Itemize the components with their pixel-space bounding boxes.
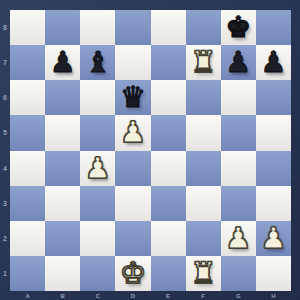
square-f5[interactable] (186, 115, 221, 150)
square-d8[interactable] (115, 10, 150, 45)
square-e5[interactable] (151, 115, 186, 150)
square-f8[interactable] (186, 10, 221, 45)
square-d2[interactable] (115, 221, 150, 256)
square-b1[interactable] (45, 256, 80, 291)
square-a8[interactable] (10, 10, 45, 45)
square-f1[interactable]: ♜ (186, 256, 221, 291)
square-b6[interactable] (45, 80, 80, 115)
square-h5[interactable] (256, 115, 291, 150)
black-pawn[interactable]: ♟ (221, 45, 256, 80)
square-d6[interactable]: ♛ (115, 80, 150, 115)
square-e4[interactable] (151, 151, 186, 186)
rank-label-7: 7 (0, 45, 10, 80)
square-d1[interactable]: ♚ (115, 256, 150, 291)
square-e8[interactable] (151, 10, 186, 45)
file-label-b: B (45, 291, 80, 300)
square-g8[interactable]: ♚ (221, 10, 256, 45)
chess-board-frame: 87654321 ♚♟♝♜♟♟♛♟♟♟♟♚♜ ABCDEFGH (0, 0, 300, 300)
rank-label-6: 6 (0, 80, 10, 115)
square-f6[interactable] (186, 80, 221, 115)
black-king[interactable]: ♚ (221, 10, 256, 45)
square-c5[interactable] (80, 115, 115, 150)
rank-label-2: 2 (0, 221, 10, 256)
square-b8[interactable] (45, 10, 80, 45)
square-c2[interactable] (80, 221, 115, 256)
rank-label-3: 3 (0, 186, 10, 221)
file-label-a: A (10, 291, 45, 300)
square-b4[interactable] (45, 151, 80, 186)
black-pawn[interactable]: ♟ (256, 45, 291, 80)
chess-board[interactable]: ♚♟♝♜♟♟♛♟♟♟♟♚♜ (10, 10, 291, 291)
white-king[interactable]: ♚ (115, 256, 150, 291)
square-h1[interactable] (256, 256, 291, 291)
white-rook[interactable]: ♜ (186, 45, 221, 80)
square-f4[interactable] (186, 151, 221, 186)
square-f2[interactable] (186, 221, 221, 256)
black-pawn[interactable]: ♟ (45, 45, 80, 80)
square-d5[interactable]: ♟ (115, 115, 150, 150)
square-e1[interactable] (151, 256, 186, 291)
square-h7[interactable]: ♟ (256, 45, 291, 80)
square-c8[interactable] (80, 10, 115, 45)
square-h4[interactable] (256, 151, 291, 186)
square-d4[interactable] (115, 151, 150, 186)
white-pawn[interactable]: ♟ (221, 221, 256, 256)
square-h8[interactable] (256, 10, 291, 45)
file-label-g: G (221, 291, 256, 300)
square-f7[interactable]: ♜ (186, 45, 221, 80)
rank-label-1: 1 (0, 256, 10, 291)
square-c4[interactable]: ♟ (80, 151, 115, 186)
square-g1[interactable] (221, 256, 256, 291)
square-d3[interactable] (115, 186, 150, 221)
square-e6[interactable] (151, 80, 186, 115)
square-a5[interactable] (10, 115, 45, 150)
square-h3[interactable] (256, 186, 291, 221)
rank-label-8: 8 (0, 10, 10, 45)
square-g6[interactable] (221, 80, 256, 115)
white-pawn[interactable]: ♟ (115, 115, 150, 150)
square-g7[interactable]: ♟ (221, 45, 256, 80)
square-b5[interactable] (45, 115, 80, 150)
black-bishop[interactable]: ♝ (80, 45, 115, 80)
black-queen[interactable]: ♛ (115, 80, 150, 115)
file-label-e: E (151, 291, 186, 300)
square-a1[interactable] (10, 256, 45, 291)
file-label-h: H (256, 291, 291, 300)
white-pawn[interactable]: ♟ (256, 221, 291, 256)
square-g2[interactable]: ♟ (221, 221, 256, 256)
square-e3[interactable] (151, 186, 186, 221)
square-g3[interactable] (221, 186, 256, 221)
white-rook[interactable]: ♜ (186, 256, 221, 291)
square-b2[interactable] (45, 221, 80, 256)
square-a7[interactable] (10, 45, 45, 80)
rank-label-4: 4 (0, 151, 10, 186)
square-e7[interactable] (151, 45, 186, 80)
square-a4[interactable] (10, 151, 45, 186)
square-c7[interactable]: ♝ (80, 45, 115, 80)
square-c1[interactable] (80, 256, 115, 291)
square-f3[interactable] (186, 186, 221, 221)
square-g4[interactable] (221, 151, 256, 186)
square-a6[interactable] (10, 80, 45, 115)
square-h2[interactable]: ♟ (256, 221, 291, 256)
square-h6[interactable] (256, 80, 291, 115)
square-e2[interactable] (151, 221, 186, 256)
square-a2[interactable] (10, 221, 45, 256)
square-b3[interactable] (45, 186, 80, 221)
rank-label-5: 5 (0, 115, 10, 150)
square-c6[interactable] (80, 80, 115, 115)
file-labels: ABCDEFGH (10, 291, 291, 300)
square-g5[interactable] (221, 115, 256, 150)
file-label-d: D (115, 291, 150, 300)
square-b7[interactable]: ♟ (45, 45, 80, 80)
white-pawn[interactable]: ♟ (80, 151, 115, 186)
square-a3[interactable] (10, 186, 45, 221)
file-label-c: C (80, 291, 115, 300)
square-d7[interactable] (115, 45, 150, 80)
file-label-f: F (186, 291, 221, 300)
square-c3[interactable] (80, 186, 115, 221)
rank-labels: 87654321 (0, 10, 10, 291)
